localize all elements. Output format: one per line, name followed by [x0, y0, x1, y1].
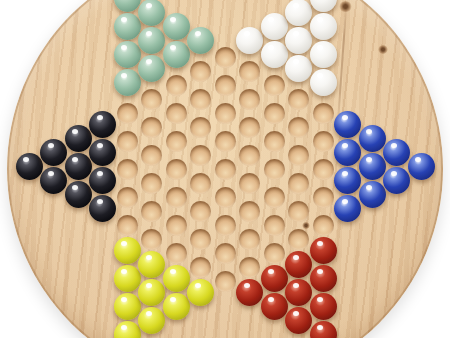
marble-blue[interactable]	[408, 153, 435, 180]
marble-blue[interactable]	[383, 167, 410, 194]
photo-background	[0, 0, 450, 338]
wood-knot-icon	[339, 1, 352, 12]
marble-blue[interactable]	[383, 139, 410, 166]
board-hole[interactable]	[239, 145, 260, 166]
marble-blue[interactable]	[359, 153, 386, 180]
board-hole[interactable]	[288, 201, 309, 222]
board-hole[interactable]	[264, 243, 285, 264]
board-hole[interactable]	[166, 75, 187, 96]
board-hole[interactable]	[166, 187, 187, 208]
board-hole[interactable]	[239, 257, 260, 278]
marble-white[interactable]	[285, 27, 312, 54]
board-hole[interactable]	[264, 103, 285, 124]
board-hole[interactable]	[239, 89, 260, 110]
marble-white[interactable]	[285, 55, 312, 82]
marble-yellow[interactable]	[114, 265, 141, 292]
board-hole[interactable]	[239, 173, 260, 194]
marble-red[interactable]	[285, 307, 312, 334]
board-hole[interactable]	[288, 89, 309, 110]
marble-yellow[interactable]	[138, 279, 165, 306]
marble-black[interactable]	[89, 111, 116, 138]
board-hole[interactable]	[190, 145, 211, 166]
marble-white[interactable]	[310, 13, 337, 40]
board-hole[interactable]	[190, 201, 211, 222]
board-hole[interactable]	[141, 89, 162, 110]
board-hole[interactable]	[190, 257, 211, 278]
board-hole[interactable]	[215, 243, 236, 264]
board-hole[interactable]	[239, 201, 260, 222]
marble-white[interactable]	[236, 27, 263, 54]
board-hole[interactable]	[190, 117, 211, 138]
marble-black[interactable]	[89, 167, 116, 194]
marble-green[interactable]	[114, 13, 141, 40]
marble-green[interactable]	[138, 55, 165, 82]
board-hole[interactable]	[264, 159, 285, 180]
board-hole[interactable]	[239, 61, 260, 82]
board-hole[interactable]	[288, 229, 309, 250]
marble-black[interactable]	[65, 153, 92, 180]
board-hole[interactable]	[313, 215, 334, 236]
board-hole[interactable]	[141, 117, 162, 138]
board-hole[interactable]	[141, 229, 162, 250]
board-hole[interactable]	[215, 215, 236, 236]
marble-white[interactable]	[310, 41, 337, 68]
marble-red[interactable]	[261, 293, 288, 320]
board-hole[interactable]	[190, 173, 211, 194]
marble-blue[interactable]	[334, 167, 361, 194]
marble-red[interactable]	[285, 279, 312, 306]
marble-blue[interactable]	[334, 111, 361, 138]
marble-green[interactable]	[163, 41, 190, 68]
board-hole[interactable]	[190, 229, 211, 250]
board-hole[interactable]	[215, 47, 236, 68]
marble-blue[interactable]	[359, 181, 386, 208]
marble-red[interactable]	[261, 265, 288, 292]
board-hole[interactable]	[313, 131, 334, 152]
board-hole[interactable]	[264, 215, 285, 236]
marble-red[interactable]	[285, 251, 312, 278]
marble-yellow[interactable]	[187, 279, 214, 306]
marble-white[interactable]	[285, 0, 312, 26]
marble-red[interactable]	[310, 265, 337, 292]
marble-white[interactable]	[261, 13, 288, 40]
marble-white[interactable]	[310, 69, 337, 96]
marble-white[interactable]	[261, 41, 288, 68]
marble-black[interactable]	[65, 125, 92, 152]
marble-red[interactable]	[310, 293, 337, 320]
board-hole[interactable]	[117, 131, 138, 152]
board-hole[interactable]	[117, 103, 138, 124]
marble-black[interactable]	[40, 139, 67, 166]
board-hole[interactable]	[190, 89, 211, 110]
board-hole[interactable]	[215, 131, 236, 152]
board-hole[interactable]	[141, 145, 162, 166]
board-hole[interactable]	[288, 145, 309, 166]
board-hole[interactable]	[166, 131, 187, 152]
marble-yellow[interactable]	[138, 251, 165, 278]
wood-knot-icon	[378, 45, 388, 54]
board-hole[interactable]	[141, 201, 162, 222]
marble-blue[interactable]	[359, 125, 386, 152]
board-hole[interactable]	[264, 131, 285, 152]
board-hole[interactable]	[117, 215, 138, 236]
board-hole[interactable]	[239, 229, 260, 250]
marble-yellow[interactable]	[114, 237, 141, 264]
board-hole[interactable]	[313, 187, 334, 208]
board-hole[interactable]	[215, 271, 236, 292]
board-hole[interactable]	[117, 187, 138, 208]
marble-green[interactable]	[187, 27, 214, 54]
board-hole[interactable]	[117, 159, 138, 180]
board-hole[interactable]	[215, 103, 236, 124]
board-hole[interactable]	[141, 173, 162, 194]
marble-blue[interactable]	[334, 139, 361, 166]
board-hole[interactable]	[190, 61, 211, 82]
board-hole[interactable]	[264, 187, 285, 208]
board-hole[interactable]	[313, 103, 334, 124]
marble-black[interactable]	[65, 181, 92, 208]
board-hole[interactable]	[264, 75, 285, 96]
board-hole[interactable]	[215, 159, 236, 180]
board-hole[interactable]	[215, 75, 236, 96]
marble-green[interactable]	[114, 69, 141, 96]
marble-red[interactable]	[236, 279, 263, 306]
marble-green[interactable]	[114, 41, 141, 68]
marble-black[interactable]	[89, 139, 116, 166]
marble-red[interactable]	[310, 237, 337, 264]
board-hole[interactable]	[215, 187, 236, 208]
marble-black[interactable]	[89, 195, 116, 222]
board-hole[interactable]	[166, 159, 187, 180]
marble-yellow[interactable]	[163, 293, 190, 320]
marble-black[interactable]	[16, 153, 43, 180]
marble-green[interactable]	[138, 0, 165, 26]
marble-yellow[interactable]	[138, 307, 165, 334]
marble-yellow[interactable]	[163, 265, 190, 292]
marble-black[interactable]	[40, 167, 67, 194]
board-hole[interactable]	[166, 243, 187, 264]
board-hole[interactable]	[313, 159, 334, 180]
board-hole[interactable]	[288, 173, 309, 194]
board-hole[interactable]	[166, 103, 187, 124]
board-hole[interactable]	[288, 117, 309, 138]
board-hole[interactable]	[239, 117, 260, 138]
board-hole[interactable]	[166, 215, 187, 236]
marble-green[interactable]	[138, 27, 165, 54]
wood-knot-icon	[302, 222, 310, 229]
marble-blue[interactable]	[334, 195, 361, 222]
marble-yellow[interactable]	[114, 293, 141, 320]
marble-green[interactable]	[163, 13, 190, 40]
